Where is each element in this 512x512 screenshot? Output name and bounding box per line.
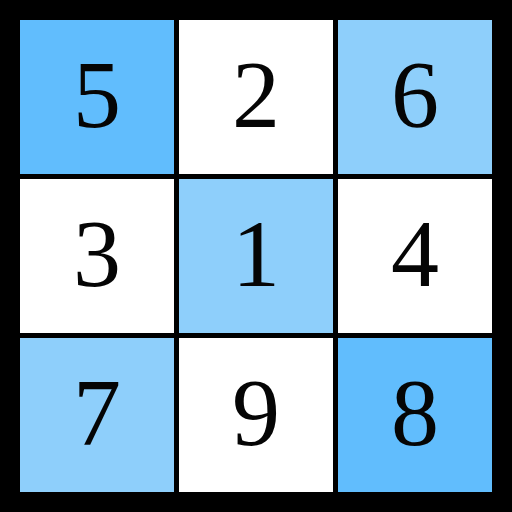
cell-r1c2[interactable]: 4: [338, 179, 492, 333]
cell-r2c0[interactable]: 7: [20, 338, 174, 492]
digit: 1: [232, 206, 280, 302]
cell-r0c1[interactable]: 2: [179, 20, 333, 174]
digit: 3: [73, 206, 121, 302]
digit: 2: [232, 47, 280, 143]
cell-r1c1[interactable]: 1: [179, 179, 333, 333]
cell-r1c0[interactable]: 3: [20, 179, 174, 333]
digit: 4: [391, 206, 439, 302]
digit: 6: [391, 47, 439, 143]
digit: 7: [73, 365, 121, 461]
cell-r0c2[interactable]: 6: [338, 20, 492, 174]
puzzle-stage: 526314798: [0, 0, 512, 512]
digit: 5: [73, 47, 121, 143]
cell-r0c0[interactable]: 5: [20, 20, 174, 174]
digit: 8: [391, 365, 439, 461]
digit: 9: [232, 365, 280, 461]
cell-r2c2[interactable]: 8: [338, 338, 492, 492]
cell-r2c1[interactable]: 9: [179, 338, 333, 492]
sudoku-board: 526314798: [20, 20, 492, 492]
